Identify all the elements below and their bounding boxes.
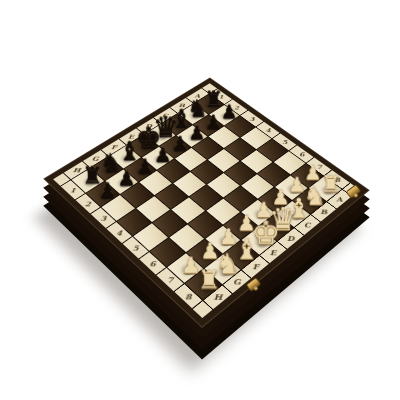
board-scene: HGFEDCBA1♜♞♝♚♛♝♞♜12♟♟♟♟♟♟♟♟2334455667♟♟♟… bbox=[0, 0, 400, 400]
file-label-text: C bbox=[303, 221, 310, 228]
rank-label-text: 7 bbox=[166, 275, 173, 283]
rank-label-text: 5 bbox=[281, 139, 287, 145]
file-label-text: E bbox=[269, 248, 276, 255]
file-label-text: D bbox=[286, 234, 294, 241]
rank-label-text: 2 bbox=[84, 200, 91, 207]
rank-label-text: 4 bbox=[265, 127, 270, 132]
rank-label-text: 6 bbox=[149, 259, 156, 266]
rank-label-text: 3 bbox=[99, 214, 106, 221]
file-label-text: H bbox=[213, 293, 222, 301]
rank-label-text: 6 bbox=[298, 151, 304, 157]
chess-set-photo: HGFEDCBA1♜♞♝♚♛♝♞♜12♟♟♟♟♟♟♟♟2334455667♟♟♟… bbox=[0, 0, 400, 400]
file-label-text: F bbox=[252, 263, 258, 270]
file-label-text: A bbox=[336, 195, 343, 201]
rank-label-text: 1 bbox=[69, 186, 76, 192]
chess-piece-white-rook: ♜ bbox=[195, 266, 221, 292]
rank-label-text: 8 bbox=[184, 292, 191, 300]
file-label-text: G bbox=[91, 155, 99, 161]
board-grid: HGFEDCBA1♜♞♝♚♛♝♞♜12♟♟♟♟♟♟♟♟2334455667♟♟♟… bbox=[53, 83, 360, 318]
chess-board: HGFEDCBA1♜♞♝♚♛♝♞♜12♟♟♟♟♟♟♟♟2334455667♟♟♟… bbox=[43, 77, 369, 327]
rank-label-text: 5 bbox=[132, 243, 139, 250]
rank-label-text: 3 bbox=[249, 115, 254, 120]
chess-piece-black-pawn: ♟ bbox=[95, 180, 118, 200]
rank-label-text: 4 bbox=[115, 228, 122, 235]
file-label-text: H bbox=[72, 167, 81, 173]
board-frame: HGFEDCBA1♜♞♝♚♛♝♞♜12♟♟♟♟♟♟♟♟2334455667♟♟♟… bbox=[43, 77, 369, 327]
file-label-text: B bbox=[319, 208, 327, 215]
file-label-text: G bbox=[233, 277, 241, 285]
